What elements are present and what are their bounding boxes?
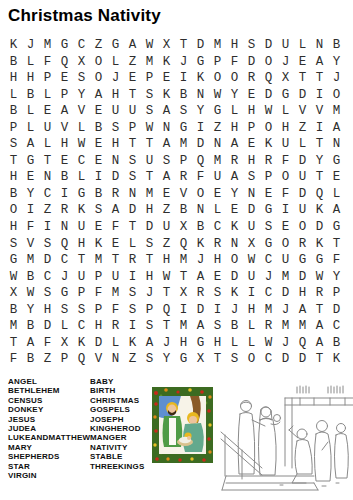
grid-cell[interactable]: A (158, 169, 175, 186)
grid-cell[interactable]: P (90, 302, 107, 319)
grid-cell[interactable]: E (90, 153, 107, 170)
grid-cell[interactable]: T (124, 87, 141, 104)
grid-cell[interactable]: H (226, 37, 243, 54)
grid-cell[interactable]: G (277, 87, 294, 104)
grid-cell[interactable]: I (56, 186, 73, 203)
grid-cell[interactable]: U (107, 103, 124, 120)
grid-cell[interactable]: V (56, 120, 73, 137)
grid-cell[interactable]: E (277, 219, 294, 236)
grid-cell[interactable]: H (277, 120, 294, 137)
grid-cell[interactable]: P (175, 153, 192, 170)
grid-cell[interactable]: S (141, 318, 158, 335)
grid-cell[interactable]: N (107, 351, 124, 368)
grid-cell[interactable]: I (209, 302, 226, 319)
grid-cell[interactable]: B (5, 302, 22, 319)
grid-cell[interactable]: E (56, 153, 73, 170)
grid-cell[interactable]: H (141, 202, 158, 219)
grid-cell[interactable]: S (5, 136, 22, 153)
grid-cell[interactable]: G (5, 252, 22, 269)
grid-cell[interactable]: U (243, 219, 260, 236)
grid-cell[interactable]: L (294, 136, 311, 153)
grid-cell[interactable]: S (141, 351, 158, 368)
grid-cell[interactable]: E (107, 236, 124, 253)
grid-cell[interactable]: O (243, 351, 260, 368)
grid-cell[interactable]: B (22, 318, 39, 335)
grid-cell[interactable]: T (124, 136, 141, 153)
grid-cell[interactable]: E (260, 186, 277, 203)
grid-cell[interactable]: U (209, 169, 226, 186)
grid-cell[interactable]: G (311, 252, 328, 269)
grid-cell[interactable]: S (141, 103, 158, 120)
grid-cell[interactable]: D (328, 302, 345, 319)
grid-cell[interactable]: M (175, 136, 192, 153)
grid-cell[interactable]: S (124, 169, 141, 186)
grid-cell[interactable]: X (73, 54, 90, 71)
grid-cell[interactable]: S (124, 285, 141, 302)
grid-cell[interactable]: H (243, 302, 260, 319)
grid-cell[interactable]: Q (56, 54, 73, 71)
grid-cell[interactable]: A (56, 103, 73, 120)
grid-cell[interactable]: I (277, 202, 294, 219)
grid-cell[interactable]: L (243, 318, 260, 335)
grid-cell[interactable]: X (175, 219, 192, 236)
grid-cell[interactable]: G (56, 285, 73, 302)
grid-cell[interactable]: C (260, 252, 277, 269)
grid-cell[interactable]: G (56, 37, 73, 54)
grid-cell[interactable]: E (90, 136, 107, 153)
grid-cell[interactable]: K (260, 136, 277, 153)
grid-cell[interactable]: U (243, 269, 260, 286)
grid-cell[interactable]: V (294, 103, 311, 120)
grid-cell[interactable]: M (141, 54, 158, 71)
grid-cell[interactable]: I (243, 285, 260, 302)
grid-cell[interactable]: H (56, 136, 73, 153)
grid-cell[interactable]: D (277, 351, 294, 368)
grid-cell[interactable]: Z (124, 351, 141, 368)
grid-cell[interactable]: L (5, 87, 22, 104)
grid-cell[interactable]: M (22, 252, 39, 269)
grid-cell[interactable]: O (260, 120, 277, 137)
grid-cell[interactable]: O (209, 70, 226, 87)
grid-cell[interactable]: D (226, 269, 243, 286)
grid-cell[interactable]: E (243, 87, 260, 104)
grid-cell[interactable]: R (243, 70, 260, 87)
grid-cell[interactable]: Y (226, 186, 243, 203)
grid-cell[interactable]: B (22, 87, 39, 104)
grid-cell[interactable]: B (175, 202, 192, 219)
grid-cell[interactable]: K (158, 54, 175, 71)
grid-cell[interactable]: C (209, 219, 226, 236)
grid-cell[interactable]: R (124, 252, 141, 269)
grid-cell[interactable]: H (158, 252, 175, 269)
grid-cell[interactable]: R (294, 236, 311, 253)
grid-cell[interactable]: E (22, 169, 39, 186)
grid-cell[interactable]: N (107, 153, 124, 170)
grid-cell[interactable]: Z (90, 37, 107, 54)
grid-cell[interactable]: B (5, 54, 22, 71)
grid-cell[interactable]: Y (22, 186, 39, 203)
grid-cell[interactable]: K (192, 70, 209, 87)
grid-cell[interactable]: N (243, 186, 260, 203)
grid-cell[interactable]: J (22, 37, 39, 54)
grid-cell[interactable]: K (192, 236, 209, 253)
grid-cell[interactable]: S (243, 169, 260, 186)
grid-cell[interactable]: I (175, 302, 192, 319)
grid-cell[interactable]: T (5, 153, 22, 170)
grid-cell[interactable]: E (158, 186, 175, 203)
grid-cell[interactable]: B (90, 186, 107, 203)
grid-cell[interactable]: S (243, 37, 260, 54)
grid-cell[interactable]: Y (158, 351, 175, 368)
grid-cell[interactable]: G (107, 37, 124, 54)
grid-cell[interactable]: Q (260, 70, 277, 87)
grid-cell[interactable]: H (243, 153, 260, 170)
grid-cell[interactable]: N (226, 236, 243, 253)
grid-cell[interactable]: U (73, 219, 90, 236)
grid-cell[interactable]: N (192, 87, 209, 104)
grid-cell[interactable]: P (39, 70, 56, 87)
grid-cell[interactable]: E (328, 169, 345, 186)
grid-cell[interactable]: M (260, 302, 277, 319)
grid-cell[interactable]: E (209, 186, 226, 203)
grid-cell[interactable]: X (192, 351, 209, 368)
grid-cell[interactable]: B (328, 335, 345, 352)
grid-cell[interactable]: D (192, 37, 209, 54)
grid-cell[interactable]: Q (175, 236, 192, 253)
grid-cell[interactable]: B (22, 269, 39, 286)
grid-cell[interactable]: B (175, 87, 192, 104)
grid-cell[interactable]: M (277, 269, 294, 286)
grid-cell[interactable]: X (243, 236, 260, 253)
grid-cell[interactable]: U (141, 153, 158, 170)
grid-cell[interactable]: W (22, 285, 39, 302)
grid-cell[interactable]: M (90, 252, 107, 269)
grid-cell[interactable]: T (141, 169, 158, 186)
grid-cell[interactable]: L (22, 54, 39, 71)
grid-cell[interactable]: O (226, 70, 243, 87)
grid-cell[interactable]: I (311, 87, 328, 104)
grid-cell[interactable]: L (124, 236, 141, 253)
grid-cell[interactable]: F (5, 351, 22, 368)
grid-cell[interactable]: J (328, 70, 345, 87)
grid-cell[interactable]: F (328, 252, 345, 269)
grid-cell[interactable]: A (294, 302, 311, 319)
grid-cell[interactable]: R (107, 318, 124, 335)
grid-cell[interactable]: R (260, 318, 277, 335)
grid-cell[interactable]: R (175, 169, 192, 186)
grid-cell[interactable]: U (277, 136, 294, 153)
grid-cell[interactable]: T (175, 37, 192, 54)
grid-cell[interactable]: D (90, 335, 107, 352)
grid-cell[interactable]: S (107, 120, 124, 137)
grid-cell[interactable]: P (209, 54, 226, 71)
grid-cell[interactable]: H (175, 335, 192, 352)
grid-cell[interactable]: G (192, 54, 209, 71)
grid-cell[interactable]: R (107, 186, 124, 203)
grid-cell[interactable]: T (124, 219, 141, 236)
grid-cell[interactable]: D (124, 202, 141, 219)
grid-cell[interactable]: O (90, 70, 107, 87)
grid-cell[interactable]: D (294, 153, 311, 170)
grid-cell[interactable]: F (277, 186, 294, 203)
grid-cell[interactable]: O (5, 202, 22, 219)
grid-cell[interactable]: T (73, 252, 90, 269)
grid-cell[interactable]: U (294, 169, 311, 186)
grid-cell[interactable]: I (22, 202, 39, 219)
grid-cell[interactable]: A (192, 269, 209, 286)
grid-cell[interactable]: S (226, 351, 243, 368)
grid-cell[interactable]: R (56, 202, 73, 219)
grid-cell[interactable]: N (328, 136, 345, 153)
grid-cell[interactable]: F (192, 169, 209, 186)
grid-cell[interactable]: W (73, 136, 90, 153)
grid-cell[interactable]: C (260, 351, 277, 368)
grid-cell[interactable]: N (311, 37, 328, 54)
grid-cell[interactable]: K (311, 236, 328, 253)
grid-cell[interactable]: A (226, 169, 243, 186)
grid-cell[interactable]: I (124, 269, 141, 286)
grid-cell[interactable]: T (328, 236, 345, 253)
grid-cell[interactable]: J (277, 335, 294, 352)
grid-cell[interactable]: Z (39, 202, 56, 219)
grid-cell[interactable]: L (56, 318, 73, 335)
grid-cell[interactable]: L (107, 335, 124, 352)
grid-cell[interactable]: I (90, 169, 107, 186)
grid-cell[interactable]: M (209, 153, 226, 170)
grid-cell[interactable]: S (5, 236, 22, 253)
grid-cell[interactable]: D (192, 302, 209, 319)
grid-cell[interactable]: T (107, 252, 124, 269)
grid-cell[interactable]: Y (311, 153, 328, 170)
grid-cell[interactable]: F (226, 54, 243, 71)
grid-cell[interactable]: I (124, 318, 141, 335)
grid-cell[interactable]: Y (73, 87, 90, 104)
grid-cell[interactable]: T (141, 252, 158, 269)
grid-cell[interactable]: L (73, 169, 90, 186)
grid-cell[interactable]: F (22, 219, 39, 236)
grid-cell[interactable]: K (226, 219, 243, 236)
grid-cell[interactable]: R (192, 285, 209, 302)
grid-cell[interactable]: J (192, 252, 209, 269)
grid-cell[interactable]: Y (328, 269, 345, 286)
grid-cell[interactable]: D (260, 87, 277, 104)
grid-cell[interactable]: G (328, 219, 345, 236)
grid-cell[interactable]: A (311, 335, 328, 352)
grid-cell[interactable]: G (294, 252, 311, 269)
grid-cell[interactable]: U (39, 120, 56, 137)
grid-cell[interactable]: X (158, 37, 175, 54)
grid-cell[interactable]: H (209, 335, 226, 352)
grid-cell[interactable]: H (90, 318, 107, 335)
grid-cell[interactable]: F (39, 335, 56, 352)
grid-cell[interactable]: M (277, 318, 294, 335)
grid-cell[interactable]: D (192, 136, 209, 153)
grid-cell[interactable]: V (73, 103, 90, 120)
grid-cell[interactable]: P (260, 169, 277, 186)
grid-cell[interactable]: M (328, 103, 345, 120)
grid-cell[interactable]: D (260, 37, 277, 54)
grid-cell[interactable]: E (39, 103, 56, 120)
grid-cell[interactable]: T (209, 351, 226, 368)
grid-cell[interactable]: M (39, 37, 56, 54)
grid-cell[interactable]: Z (158, 202, 175, 219)
grid-cell[interactable]: A (124, 37, 141, 54)
grid-cell[interactable]: H (209, 252, 226, 269)
grid-cell[interactable]: D (294, 87, 311, 104)
grid-cell[interactable]: S (39, 285, 56, 302)
grid-cell[interactable]: E (90, 103, 107, 120)
grid-cell[interactable]: D (294, 351, 311, 368)
grid-cell[interactable]: R (260, 153, 277, 170)
grid-cell[interactable]: S (141, 87, 158, 104)
grid-cell[interactable]: O (90, 54, 107, 71)
grid-cell[interactable]: Z (209, 120, 226, 137)
grid-cell[interactable]: Q (73, 351, 90, 368)
grid-cell[interactable]: S (260, 219, 277, 236)
grid-cell[interactable]: I (311, 120, 328, 137)
grid-cell[interactable]: M (107, 285, 124, 302)
grid-cell[interactable]: H (73, 236, 90, 253)
grid-cell[interactable]: Q (311, 186, 328, 203)
grid-cell[interactable]: L (294, 37, 311, 54)
grid-cell[interactable]: V (175, 186, 192, 203)
grid-cell[interactable]: T (311, 136, 328, 153)
grid-cell[interactable]: Q (192, 153, 209, 170)
grid-cell[interactable]: L (73, 120, 90, 137)
grid-cell[interactable]: G (260, 236, 277, 253)
grid-cell[interactable]: D (141, 219, 158, 236)
grid-cell[interactable]: J (175, 54, 192, 71)
grid-cell[interactable]: T (5, 335, 22, 352)
grid-cell[interactable]: K (226, 285, 243, 302)
grid-cell[interactable]: G (260, 202, 277, 219)
grid-cell[interactable]: W (260, 103, 277, 120)
grid-cell[interactable]: A (141, 335, 158, 352)
grid-cell[interactable]: Z (39, 351, 56, 368)
grid-cell[interactable]: W (209, 87, 226, 104)
grid-cell[interactable]: O (294, 219, 311, 236)
grid-cell[interactable]: H (243, 103, 260, 120)
grid-cell[interactable]: J (158, 335, 175, 352)
grid-cell[interactable]: M (294, 318, 311, 335)
grid-cell[interactable]: F (39, 54, 56, 71)
grid-cell[interactable]: N (56, 219, 73, 236)
grid-cell[interactable]: T (311, 351, 328, 368)
grid-cell[interactable]: G (328, 153, 345, 170)
grid-cell[interactable]: N (158, 120, 175, 137)
grid-cell[interactable]: L (39, 136, 56, 153)
grid-cell[interactable]: H (141, 269, 158, 286)
grid-cell[interactable]: K (311, 202, 328, 219)
grid-cell[interactable]: S (39, 236, 56, 253)
grid-cell[interactable]: S (141, 236, 158, 253)
grid-cell[interactable]: G (175, 120, 192, 137)
grid-cell[interactable]: G (175, 351, 192, 368)
grid-cell[interactable]: X (277, 70, 294, 87)
grid-cell[interactable]: T (311, 70, 328, 87)
grid-cell[interactable]: W (141, 37, 158, 54)
grid-cell[interactable]: D (107, 169, 124, 186)
grid-cell[interactable]: C (73, 37, 90, 54)
grid-cell[interactable]: M (175, 318, 192, 335)
grid-cell[interactable]: J (260, 269, 277, 286)
grid-cell[interactable]: P (5, 120, 22, 137)
grid-cell[interactable]: A (192, 318, 209, 335)
grid-cell[interactable]: P (243, 120, 260, 137)
grid-cell[interactable]: C (39, 186, 56, 203)
grid-cell[interactable]: J (277, 54, 294, 71)
grid-cell[interactable]: M (5, 318, 22, 335)
grid-cell[interactable]: H (5, 169, 22, 186)
grid-cell[interactable]: K (90, 236, 107, 253)
grid-cell[interactable]: F (107, 219, 124, 236)
grid-cell[interactable]: T (175, 269, 192, 286)
grid-cell[interactable]: E (294, 54, 311, 71)
grid-cell[interactable]: L (209, 202, 226, 219)
grid-cell[interactable]: K (73, 202, 90, 219)
grid-cell[interactable]: L (39, 87, 56, 104)
grid-cell[interactable]: K (328, 351, 345, 368)
grid-cell[interactable]: N (124, 186, 141, 203)
grid-cell[interactable]: H (294, 285, 311, 302)
grid-cell[interactable]: T (158, 318, 175, 335)
grid-cell[interactable]: A (158, 136, 175, 153)
grid-cell[interactable]: W (311, 269, 328, 286)
grid-cell[interactable]: A (22, 335, 39, 352)
grid-cell[interactable]: A (328, 120, 345, 137)
grid-cell[interactable]: E (90, 219, 107, 236)
grid-cell[interactable]: S (175, 103, 192, 120)
grid-cell[interactable]: Y (328, 54, 345, 71)
grid-cell[interactable]: M (141, 186, 158, 203)
grid-cell[interactable]: W (141, 120, 158, 137)
grid-cell[interactable]: N (39, 169, 56, 186)
grid-cell[interactable]: T (311, 302, 328, 319)
grid-cell[interactable]: S (73, 70, 90, 87)
grid-cell[interactable]: V (311, 103, 328, 120)
grid-cell[interactable]: U (124, 103, 141, 120)
grid-cell[interactable]: U (294, 202, 311, 219)
grid-cell[interactable]: G (73, 186, 90, 203)
grid-cell[interactable]: S (90, 202, 107, 219)
grid-cell[interactable]: W (5, 269, 22, 286)
grid-cell[interactable]: O (277, 236, 294, 253)
grid-cell[interactable]: X (5, 285, 22, 302)
grid-cell[interactable]: D (39, 252, 56, 269)
grid-cell[interactable]: G (192, 335, 209, 352)
grid-cell[interactable]: S (124, 153, 141, 170)
grid-cell[interactable]: C (328, 318, 345, 335)
grid-cell[interactable]: H (107, 87, 124, 104)
grid-cell[interactable]: T (39, 153, 56, 170)
grid-cell[interactable]: F (107, 302, 124, 319)
grid-cell[interactable]: I (192, 120, 209, 137)
grid-cell[interactable]: O (277, 169, 294, 186)
grid-cell[interactable]: S (73, 302, 90, 319)
grid-cell[interactable]: B (226, 318, 243, 335)
grid-cell[interactable]: D (294, 186, 311, 203)
grid-cell[interactable]: K (5, 37, 22, 54)
grid-cell[interactable]: H (22, 70, 39, 87)
grid-cell[interactable]: E (56, 70, 73, 87)
grid-cell[interactable]: E (158, 70, 175, 87)
grid-cell[interactable]: C (73, 318, 90, 335)
grid-cell[interactable]: L (243, 335, 260, 352)
grid-cell[interactable]: P (56, 351, 73, 368)
grid-cell[interactable]: C (73, 153, 90, 170)
grid-cell[interactable]: L (22, 103, 39, 120)
grid-cell[interactable]: L (226, 335, 243, 352)
